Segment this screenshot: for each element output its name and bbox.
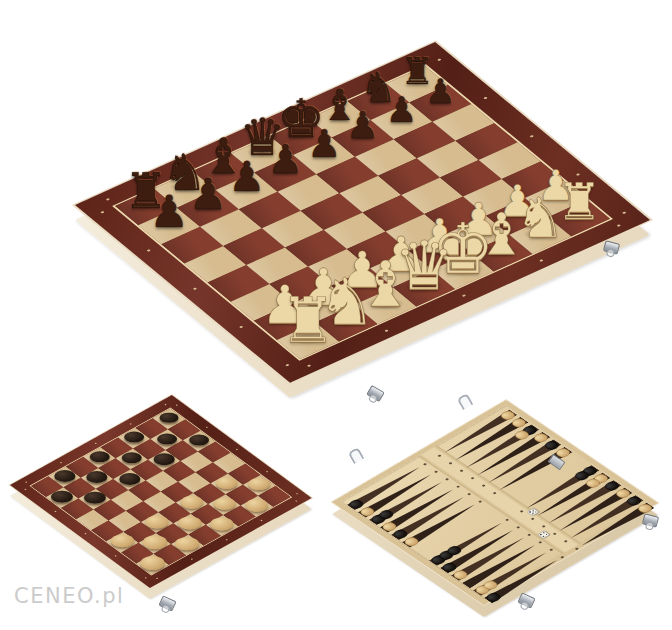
brass-pin-icon	[462, 294, 467, 297]
checker-dark-man	[189, 435, 209, 446]
brass-pin-icon	[54, 511, 56, 513]
checker-dark-man	[89, 451, 110, 462]
checker-dark-man	[157, 433, 177, 444]
checker-dark-man	[54, 470, 75, 482]
die-pip	[535, 511, 537, 512]
checker-light-man	[178, 517, 201, 530]
checker-light-man	[246, 499, 268, 512]
hinge-icon	[348, 447, 365, 464]
peg-hole	[423, 463, 427, 466]
brass-pin-icon	[307, 364, 312, 367]
brass-pin-icon	[191, 558, 193, 560]
die-pip	[542, 536, 544, 537]
brass-pin-icon	[236, 449, 238, 451]
die-pip	[543, 532, 545, 533]
brass-pin-icon	[95, 443, 97, 445]
product-photo: ♜♞♝♛♚♝♞♜♟♟♟♟♟♟♟♟♟♟♟♟♟♟♟♟♜♞♝♛♚♝♞♜ CENEO.p…	[0, 0, 672, 630]
brass-pin-icon	[239, 326, 244, 329]
brass-pin-icon	[529, 135, 534, 138]
checker-light-man	[249, 478, 271, 490]
peg-hole	[538, 541, 542, 544]
chess-piece-black-pawn: ♟	[307, 124, 341, 162]
brass-pin-icon	[176, 404, 178, 406]
watermark: CENEO.pl	[14, 584, 124, 608]
die-pip	[545, 534, 547, 535]
brass-pin-icon	[156, 578, 158, 580]
checker-light-man	[140, 556, 165, 570]
clasp-icon	[517, 592, 535, 608]
chess-piece-black-pawn: ♟	[386, 92, 418, 127]
brass-pin-icon	[296, 493, 298, 495]
brass-pin-icon	[260, 520, 262, 522]
peg-hole	[445, 478, 449, 481]
brass-pin-icon	[483, 97, 488, 100]
brass-pin-icon	[100, 211, 105, 214]
chess-piece-black-pawn: ♟	[228, 157, 265, 198]
peg-hole	[434, 470, 438, 473]
brass-pin-icon	[164, 404, 166, 406]
chess-piece-black-pawn: ♟	[149, 190, 189, 234]
brass-pin-icon	[285, 364, 290, 367]
brass-pin-icon	[84, 533, 86, 535]
brass-pin-icon	[225, 539, 227, 541]
peg-hole	[505, 519, 509, 522]
brass-pin-icon	[146, 249, 151, 252]
brass-pin-icon	[266, 471, 268, 473]
checker-light-man	[216, 477, 238, 489]
checker-light-man	[211, 518, 234, 531]
checker-dark-man	[124, 432, 144, 443]
clasp-icon	[366, 385, 384, 402]
die-pip	[532, 513, 534, 514]
checker-dark-man	[154, 454, 175, 466]
brass-pin-icon	[193, 287, 198, 290]
brass-pin-icon	[145, 577, 147, 579]
peg-hole	[549, 548, 553, 551]
checker-dark-man	[160, 413, 179, 424]
backgammon-board	[332, 400, 658, 605]
chess-piece-black-pawn: ♟	[189, 173, 227, 216]
chess-piece-black-pawn: ♟	[346, 108, 379, 145]
peg-hole	[478, 500, 482, 503]
peg-hole	[516, 526, 520, 529]
brass-pin-icon	[114, 555, 116, 557]
brass-pin-icon	[539, 259, 544, 262]
chess-piece-black-pawn: ♟	[268, 141, 304, 181]
brass-pin-icon	[616, 224, 621, 227]
brass-pin-icon	[24, 489, 26, 491]
checker-dark-man	[86, 471, 107, 483]
peg-hole	[527, 533, 531, 536]
brass-pin-icon	[437, 58, 442, 61]
brass-pin-icon	[295, 500, 297, 502]
brass-pin-icon	[206, 426, 208, 428]
checker-dark-man	[122, 452, 143, 464]
clasp-icon	[158, 595, 176, 611]
brass-pin-icon	[106, 198, 111, 201]
brass-pin-icon	[622, 211, 627, 214]
brass-pin-icon	[384, 329, 389, 332]
peg-hole	[456, 485, 460, 488]
brass-pin-icon	[129, 423, 131, 425]
checker-light-man	[213, 497, 235, 510]
hinge-icon	[457, 393, 474, 410]
brass-pin-icon	[25, 481, 27, 483]
peg-hole	[467, 493, 471, 496]
checker-light-man	[181, 496, 203, 509]
checker-light-man	[146, 515, 169, 528]
chess-piece-black-pawn: ♟	[425, 76, 455, 110]
die-pip	[540, 534, 542, 535]
brass-pin-icon	[60, 462, 62, 464]
chess-piece-white-rook: ♜	[280, 289, 336, 352]
